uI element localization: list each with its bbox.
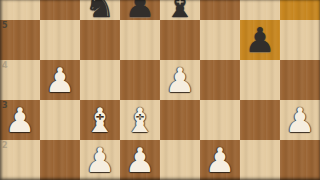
square-f3[interactable] (200, 100, 240, 140)
black-knight-c6[interactable]: ♞ (80, 0, 120, 25)
square-d4[interactable] (120, 60, 160, 100)
square-h5[interactable] (280, 20, 320, 60)
square-b6[interactable] (40, 0, 80, 20)
square-b4[interactable]: ♟ (40, 60, 80, 100)
square-h2[interactable] (280, 140, 320, 180)
square-a2[interactable]: 2 (0, 140, 40, 180)
square-c6[interactable]: ♞ (80, 0, 120, 20)
black-bishop-e6[interactable]: ♝ (160, 0, 200, 25)
square-c2[interactable]: ♟ (80, 140, 120, 180)
square-g2[interactable] (240, 140, 280, 180)
square-d5[interactable] (120, 20, 160, 60)
square-b3[interactable] (40, 100, 80, 140)
square-g6[interactable] (240, 0, 280, 20)
white-pawn-e4[interactable]: ♟ (160, 60, 200, 100)
square-e3[interactable] (160, 100, 200, 140)
square-c4[interactable] (80, 60, 120, 100)
square-g4[interactable] (240, 60, 280, 100)
square-e2[interactable] (160, 140, 200, 180)
black-pawn-d6[interactable]: ♟ (120, 0, 160, 25)
square-f2[interactable]: ♟ (200, 140, 240, 180)
rank-label-5: 5 (2, 21, 8, 30)
square-f6[interactable] (200, 0, 240, 20)
square-d6[interactable]: ♟ (120, 0, 160, 20)
square-c5[interactable] (80, 20, 120, 60)
white-bishop-c3[interactable]: ♝ (80, 100, 120, 140)
square-a3[interactable]: 3♟ (0, 100, 40, 140)
square-e4[interactable]: ♟ (160, 60, 200, 100)
square-c3[interactable]: ♝ (80, 100, 120, 140)
rank-label-2: 2 (2, 141, 8, 150)
square-b5[interactable] (40, 20, 80, 60)
square-h3[interactable]: ♟ (280, 100, 320, 140)
square-d2[interactable]: ♟ (120, 140, 160, 180)
square-a5[interactable]: 5 (0, 20, 40, 60)
rank-label-4: 4 (2, 61, 8, 70)
square-f4[interactable] (200, 60, 240, 100)
white-pawn-b4[interactable]: ♟ (40, 60, 80, 100)
square-a6[interactable] (0, 0, 40, 20)
square-f5[interactable] (200, 20, 240, 60)
white-pawn-d2[interactable]: ♟ (120, 140, 160, 180)
chess-board: ♞♟♝5♟4♟♟3♟♝♝♟2♟♟♟ (0, 0, 320, 180)
square-d3[interactable]: ♝ (120, 100, 160, 140)
square-h6-lastmove-highlight[interactable] (280, 0, 320, 20)
black-pawn-g5[interactable]: ♟ (240, 20, 280, 60)
rank-label-3: 3 (2, 101, 8, 110)
square-b2[interactable] (40, 140, 80, 180)
white-pawn-h3[interactable]: ♟ (280, 100, 320, 140)
square-g5-lastmove-highlight[interactable]: ♟ (240, 20, 280, 60)
square-g3[interactable] (240, 100, 280, 140)
square-a4[interactable]: 4 (0, 60, 40, 100)
chessboard-screenshot: ♞♟♝5♟4♟♟3♟♝♝♟2♟♟♟ (0, 0, 320, 180)
white-pawn-c2[interactable]: ♟ (80, 140, 120, 180)
white-bishop-d3[interactable]: ♝ (120, 100, 160, 140)
square-e6[interactable]: ♝ (160, 0, 200, 20)
square-e5[interactable] (160, 20, 200, 60)
white-pawn-f2[interactable]: ♟ (200, 140, 240, 180)
square-h4[interactable] (280, 60, 320, 100)
